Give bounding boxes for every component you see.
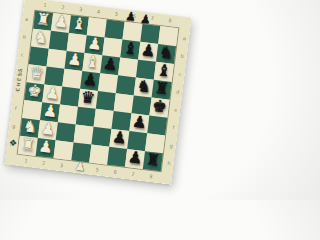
square-f1[interactable] <box>22 100 42 120</box>
square-e8[interactable]: ♚ <box>149 98 169 118</box>
coordinate-label: b <box>180 53 184 58</box>
square-h5[interactable] <box>89 145 109 165</box>
coordinate-label: 7 <box>150 16 154 21</box>
coordinate-label: c <box>178 71 181 76</box>
square-h7[interactable]: ♟ <box>125 149 145 169</box>
square-c7[interactable] <box>136 60 156 80</box>
chess-board: 12345678 12345678 abcdefgh abcdefgh CHES… <box>4 0 191 185</box>
coordinate-label: 2 <box>61 5 65 10</box>
square-a5[interactable] <box>105 20 125 40</box>
photo-scene: { "game": "chess", "position": "1nbrk2r/… <box>0 0 200 200</box>
square-g4[interactable] <box>74 125 94 145</box>
square-c6[interactable] <box>118 57 138 77</box>
square-a6[interactable] <box>122 22 142 42</box>
square-h4[interactable] <box>71 142 91 162</box>
coordinate-label: b <box>23 34 27 39</box>
coordinate-label: f <box>172 125 174 130</box>
square-g7[interactable] <box>127 131 147 151</box>
square-g3[interactable] <box>56 122 76 142</box>
square-b5[interactable] <box>102 37 122 57</box>
square-d3[interactable] <box>62 69 82 89</box>
square-e7[interactable] <box>132 95 152 115</box>
coordinate-label: 6 <box>113 170 117 175</box>
square-e1[interactable]: ♚ <box>24 82 44 102</box>
square-f2[interactable]: ♟ <box>40 102 60 122</box>
square-h3[interactable] <box>53 140 73 160</box>
coordinate-label: 1 <box>43 3 47 8</box>
square-g6[interactable]: ♟ <box>109 129 129 149</box>
square-b7[interactable]: ♟ <box>138 42 158 62</box>
square-a2[interactable]: ♟ <box>51 13 71 33</box>
coordinate-label: a <box>183 35 187 40</box>
square-g2[interactable]: ♟ <box>38 120 58 140</box>
square-e2[interactable]: ♟ <box>42 84 62 104</box>
square-f4[interactable] <box>76 107 96 127</box>
coordinate-label: h <box>167 161 171 166</box>
square-a7[interactable] <box>140 24 160 44</box>
board-grid: ♜♟♝♞♟♝♟♞♟♝♟♝♛♟♞♜♚♟♛♚♟♟♞♟♟♜♟♟♜ <box>18 11 178 171</box>
coordinate-label: 8 <box>168 18 172 23</box>
coordinate-label: e <box>174 107 178 112</box>
square-h1[interactable]: ♜ <box>18 136 38 156</box>
square-e5[interactable] <box>96 91 116 111</box>
square-e6[interactable] <box>114 93 134 113</box>
square-c8[interactable]: ♝ <box>154 62 174 82</box>
square-a4[interactable] <box>87 17 107 37</box>
square-d8[interactable]: ♜ <box>152 80 172 100</box>
coordinate-label: 7 <box>131 172 135 177</box>
coordinate-label: 1 <box>24 159 28 164</box>
coordinate-label: 3 <box>79 7 83 12</box>
square-d4[interactable]: ♟ <box>80 71 100 91</box>
square-g5[interactable] <box>91 127 111 147</box>
square-b4[interactable]: ♟ <box>85 35 105 55</box>
coordinate-label: d <box>176 89 180 94</box>
coordinate-label: 8 <box>149 174 153 179</box>
coordinate-label: a <box>25 16 29 21</box>
square-d2[interactable] <box>44 67 64 87</box>
square-a3[interactable]: ♝ <box>69 15 89 35</box>
square-c2[interactable] <box>47 49 67 69</box>
square-h8[interactable]: ♜ <box>143 151 163 171</box>
square-b2[interactable] <box>49 31 69 51</box>
square-f6[interactable] <box>111 111 131 131</box>
square-g8[interactable] <box>145 133 165 153</box>
square-c5[interactable]: ♟ <box>100 55 120 75</box>
square-b1[interactable]: ♞ <box>31 29 51 49</box>
square-b6[interactable]: ♝ <box>120 40 140 60</box>
square-d5[interactable] <box>98 73 118 93</box>
coordinate-label: 6 <box>132 14 136 19</box>
coordinate-label: 5 <box>95 167 99 172</box>
coordinate-label: g <box>169 143 173 148</box>
square-e3[interactable] <box>60 87 80 107</box>
square-c1[interactable] <box>29 46 49 66</box>
coordinate-label: 2 <box>42 161 46 166</box>
square-d7[interactable]: ♞ <box>134 78 154 98</box>
coordinate-label: 4 <box>78 165 82 170</box>
square-f8[interactable] <box>147 115 167 135</box>
square-d1[interactable]: ♛ <box>27 64 47 84</box>
square-c3[interactable]: ♟ <box>64 51 84 71</box>
coordinate-label: 4 <box>97 9 101 14</box>
square-f3[interactable] <box>58 104 78 124</box>
square-h6[interactable] <box>107 147 127 167</box>
square-a8[interactable] <box>158 26 178 46</box>
square-b8[interactable]: ♞ <box>156 44 176 64</box>
coordinate-label: 3 <box>60 163 64 168</box>
square-a1[interactable]: ♜ <box>33 11 53 31</box>
coordinate-label: g <box>12 123 16 128</box>
square-b3[interactable] <box>67 33 87 53</box>
square-c4[interactable]: ♝ <box>82 53 102 73</box>
square-f7[interactable]: ♟ <box>129 113 149 133</box>
square-f5[interactable] <box>94 109 114 129</box>
coordinate-label: 5 <box>115 12 119 17</box>
square-g1[interactable]: ♞ <box>20 118 40 138</box>
square-e4[interactable]: ♛ <box>78 89 98 109</box>
square-h2[interactable]: ♟ <box>36 138 56 158</box>
square-d6[interactable] <box>116 75 136 95</box>
